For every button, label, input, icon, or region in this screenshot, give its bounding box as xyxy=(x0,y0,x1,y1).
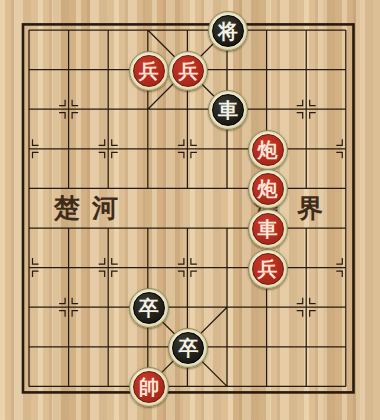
piece-red-soldier[interactable]: 兵 xyxy=(168,51,208,91)
piece-glyph: 将 xyxy=(212,15,244,47)
piece-red-soldier[interactable]: 兵 xyxy=(248,249,288,289)
piece-red-cannon[interactable]: 炮 xyxy=(248,169,288,209)
piece-black-chariot[interactable]: 車 xyxy=(208,90,248,130)
piece-black-general[interactable]: 将 xyxy=(208,11,248,51)
piece-glyph: 兵 xyxy=(252,253,284,285)
piece-red-soldier[interactable]: 兵 xyxy=(129,51,169,91)
piece-glyph: 帥 xyxy=(133,371,165,403)
river-text-jie: 界 xyxy=(297,196,323,222)
piece-glyph: 炮 xyxy=(252,134,284,166)
piece-glyph: 炮 xyxy=(252,173,284,205)
piece-black-soldier[interactable]: 卒 xyxy=(168,328,208,368)
river-text-chu: 楚 xyxy=(54,196,80,222)
piece-glyph: 卒 xyxy=(172,332,204,364)
piece-glyph: 兵 xyxy=(172,55,204,87)
piece-glyph: 卒 xyxy=(133,292,165,324)
piece-black-soldier[interactable]: 卒 xyxy=(129,288,169,328)
piece-red-chariot[interactable]: 車 xyxy=(248,209,288,249)
piece-glyph: 兵 xyxy=(133,55,165,87)
xiangqi-board[interactable]: 楚 河 漢 界 将兵兵車炮炮車兵卒卒帥 xyxy=(0,0,380,420)
river-text-he: 河 xyxy=(92,196,118,222)
piece-red-cannon[interactable]: 炮 xyxy=(248,130,288,170)
piece-glyph: 車 xyxy=(252,213,284,245)
piece-glyph: 車 xyxy=(212,94,244,126)
piece-red-general[interactable]: 帥 xyxy=(129,367,169,407)
